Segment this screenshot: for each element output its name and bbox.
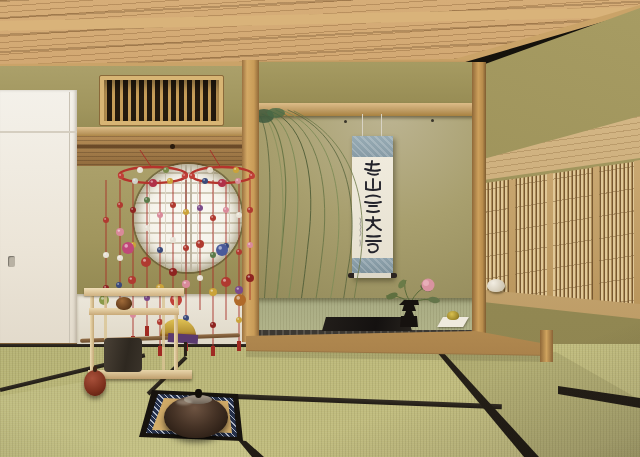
stand-mid-board	[89, 308, 179, 315]
stand-top-board	[84, 288, 184, 296]
red-gourd-caddy	[84, 370, 106, 396]
tea-caddy-jar	[116, 297, 132, 310]
tea-room-photo: 寿山萬丈高	[0, 0, 640, 457]
stand-leg-2	[174, 291, 178, 379]
lacquer-water-jar	[104, 338, 142, 372]
gourd-stem	[93, 366, 97, 372]
display-stand	[84, 288, 194, 384]
